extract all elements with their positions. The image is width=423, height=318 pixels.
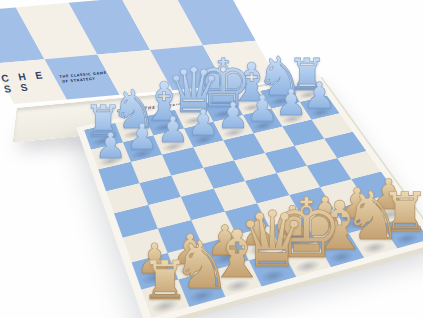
chess-board [76,74,423,318]
piece-shadow [391,230,422,247]
piece-shadow [186,286,218,305]
piece-shadow [359,239,390,256]
board-grid [84,79,423,318]
board-scene [0,0,423,318]
piece-shadow [222,276,254,295]
piece-shadow [149,296,181,316]
product-photo: C H E S S THE CLASSIC GAME OF STRATEGY C… [0,0,423,318]
piece-shadow [326,248,357,266]
piece-shadow [257,267,288,285]
piece-shadow [292,257,323,275]
